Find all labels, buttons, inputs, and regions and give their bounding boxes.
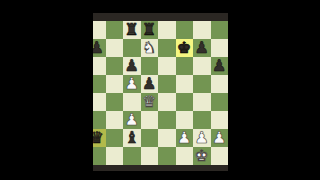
white-queen[interactable]: ♛ (142, 94, 156, 110)
square-r1c6[interactable]: ♟ (193, 39, 211, 57)
black-pawn[interactable]: ♟ (212, 58, 226, 74)
white-pawn[interactable]: ♟ (195, 130, 209, 146)
square-r7c2[interactable] (123, 147, 141, 165)
square-r0c4[interactable] (158, 21, 176, 39)
square-r2c4[interactable] (158, 57, 176, 75)
square-r7c5[interactable] (176, 147, 194, 165)
square-r6c4[interactable] (158, 129, 176, 147)
black-pawn[interactable]: ♟ (93, 40, 104, 56)
square-r2c7[interactable]: ♟ (211, 57, 229, 75)
square-r2c6[interactable] (193, 57, 211, 75)
white-king[interactable]: ♚ (195, 148, 209, 164)
square-r1c1[interactable] (106, 39, 124, 57)
black-pawn[interactable]: ♟ (195, 40, 209, 56)
square-r2c0[interactable] (93, 57, 106, 75)
black-king[interactable]: ♚ (177, 40, 191, 56)
black-bishop[interactable]: ♝ (125, 130, 139, 146)
square-r5c5[interactable] (176, 111, 194, 129)
chess-board[interactable]: ♜♜♟♞♚♟♟♟♟♟♛♟♛♝♟♟♟♚ (93, 21, 228, 165)
square-r2c1[interactable] (106, 57, 124, 75)
square-r5c2[interactable]: ♟ (123, 111, 141, 129)
black-queen[interactable]: ♛ (93, 130, 104, 146)
square-r4c5[interactable] (176, 93, 194, 111)
square-r2c5[interactable] (176, 57, 194, 75)
square-r3c0[interactable] (93, 75, 106, 93)
square-r5c6[interactable] (193, 111, 211, 129)
square-r3c6[interactable] (193, 75, 211, 93)
square-r4c3[interactable]: ♛ (141, 93, 159, 111)
black-rook[interactable]: ♜ (125, 22, 139, 38)
square-r5c4[interactable] (158, 111, 176, 129)
square-r7c3[interactable] (141, 147, 159, 165)
square-r6c7[interactable]: ♟ (211, 129, 229, 147)
square-r1c0[interactable]: ♟ (93, 39, 106, 57)
square-r4c7[interactable] (211, 93, 229, 111)
square-r6c3[interactable] (141, 129, 159, 147)
square-r4c0[interactable] (93, 93, 106, 111)
black-pawn[interactable]: ♟ (125, 58, 139, 74)
square-r4c1[interactable] (106, 93, 124, 111)
square-r4c6[interactable] (193, 93, 211, 111)
white-pawn[interactable]: ♟ (212, 130, 226, 146)
square-r0c3[interactable]: ♜ (141, 21, 159, 39)
white-pawn[interactable]: ♟ (177, 130, 191, 146)
square-r1c3[interactable]: ♞ (141, 39, 159, 57)
square-r6c0[interactable]: ♛ (93, 129, 106, 147)
square-r3c2[interactable]: ♟ (123, 75, 141, 93)
square-r3c1[interactable] (106, 75, 124, 93)
black-rook[interactable]: ♜ (142, 22, 156, 38)
square-r7c4[interactable] (158, 147, 176, 165)
square-r0c1[interactable] (106, 21, 124, 39)
square-r0c7[interactable] (211, 21, 229, 39)
white-pawn[interactable]: ♟ (125, 76, 139, 92)
square-r1c2[interactable] (123, 39, 141, 57)
square-r6c2[interactable]: ♝ (123, 129, 141, 147)
square-r1c7[interactable] (211, 39, 229, 57)
square-r2c2[interactable]: ♟ (123, 57, 141, 75)
square-r7c6[interactable]: ♚ (193, 147, 211, 165)
letterbox-canvas: ♜♜♟♞♚♟♟♟♟♟♛♟♛♝♟♟♟♚ (0, 0, 320, 180)
square-r6c5[interactable]: ♟ (176, 129, 194, 147)
square-r5c0[interactable] (93, 111, 106, 129)
square-r7c0[interactable] (93, 147, 106, 165)
square-r5c1[interactable] (106, 111, 124, 129)
square-r6c6[interactable]: ♟ (193, 129, 211, 147)
video-area: ♜♜♟♞♚♟♟♟♟♟♛♟♛♝♟♟♟♚ (93, 0, 228, 180)
square-r5c3[interactable] (141, 111, 159, 129)
square-r0c2[interactable]: ♜ (123, 21, 141, 39)
square-r7c7[interactable] (211, 147, 229, 165)
white-pawn[interactable]: ♟ (125, 112, 139, 128)
square-r1c5[interactable]: ♚ (176, 39, 194, 57)
square-r2c3[interactable] (141, 57, 159, 75)
square-r0c5[interactable] (176, 21, 194, 39)
square-r6c1[interactable] (106, 129, 124, 147)
square-r0c0[interactable] (93, 21, 106, 39)
bottom-ui-bar (93, 165, 228, 171)
square-r3c4[interactable] (158, 75, 176, 93)
square-r3c7[interactable] (211, 75, 229, 93)
square-r1c4[interactable] (158, 39, 176, 57)
square-r7c1[interactable] (106, 147, 124, 165)
square-r3c5[interactable] (176, 75, 194, 93)
top-ui-bar (93, 13, 228, 21)
square-r5c7[interactable] (211, 111, 229, 129)
square-r4c4[interactable] (158, 93, 176, 111)
white-knight[interactable]: ♞ (142, 40, 156, 56)
square-r0c6[interactable] (193, 21, 211, 39)
black-pawn[interactable]: ♟ (142, 76, 156, 92)
square-r4c2[interactable] (123, 93, 141, 111)
square-r3c3[interactable]: ♟ (141, 75, 159, 93)
